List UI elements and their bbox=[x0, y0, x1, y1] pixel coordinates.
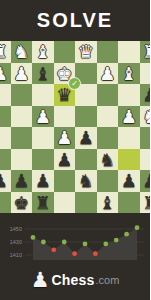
black-bishop-f2: ♝ bbox=[35, 63, 51, 85]
square-c5[interactable] bbox=[97, 127, 119, 149]
square-c3[interactable] bbox=[97, 84, 119, 106]
black-pawn-e6: ♟ bbox=[56, 149, 72, 171]
white-pawn-b4: ♟ bbox=[121, 106, 137, 128]
black-pawn-b7: ♟ bbox=[121, 170, 137, 192]
checkmark-icon: ✓ bbox=[71, 78, 78, 89]
square-b2[interactable]: ♝ bbox=[118, 63, 140, 85]
square-h1[interactable]: ♜ bbox=[0, 41, 11, 63]
white-pawn-g2: ♟ bbox=[13, 63, 29, 85]
puzzle-win-dot bbox=[135, 225, 140, 230]
black-pawn-f7: ♟ bbox=[35, 170, 51, 192]
square-b1[interactable] bbox=[118, 41, 140, 63]
white-bishop-f1: ♝ bbox=[35, 41, 51, 63]
square-g5[interactable] bbox=[11, 127, 33, 149]
white-knight-a4: ♞ bbox=[142, 106, 150, 128]
square-d5[interactable]: ♟ bbox=[75, 127, 97, 149]
square-b3[interactable] bbox=[118, 84, 140, 106]
square-g4[interactable] bbox=[11, 106, 33, 128]
correct-move-badge: ✓ bbox=[68, 77, 81, 90]
white-queen-d1: ♛ bbox=[78, 41, 94, 63]
square-f1[interactable]: ♝ bbox=[32, 41, 54, 63]
square-a7[interactable]: ♟ bbox=[140, 170, 151, 192]
square-d8[interactable] bbox=[75, 192, 97, 214]
square-a1[interactable]: ♜ bbox=[140, 41, 151, 63]
square-g1[interactable]: ♞ bbox=[11, 41, 33, 63]
puzzle-loss-dot bbox=[72, 251, 77, 256]
puzzle-win-dot bbox=[62, 240, 67, 245]
chart-ytick-label: 1450 bbox=[10, 226, 22, 232]
header-title: SOLVE bbox=[37, 9, 113, 32]
square-h2[interactable]: ♟ bbox=[0, 63, 11, 85]
square-b6[interactable] bbox=[118, 149, 140, 171]
square-e1[interactable] bbox=[54, 41, 76, 63]
black-rook-f8: ♜ bbox=[35, 192, 51, 214]
square-a8[interactable]: ♜ bbox=[140, 192, 151, 214]
black-king-g8: ♚ bbox=[13, 192, 29, 214]
square-g3[interactable] bbox=[11, 84, 33, 106]
square-a3[interactable]: ♟ bbox=[140, 84, 151, 106]
chart-ytick-label: 1410 bbox=[10, 252, 22, 258]
puzzle-win-dot bbox=[103, 242, 108, 247]
white-pawn-e5: ♟ bbox=[56, 127, 72, 149]
square-a6[interactable] bbox=[140, 149, 151, 171]
square-e4[interactable] bbox=[54, 106, 76, 128]
puzzle-win-dot bbox=[124, 232, 129, 237]
black-knight-d7: ♞ bbox=[78, 170, 94, 192]
square-e5[interactable]: ♟ bbox=[54, 127, 76, 149]
square-g7[interactable]: ♟ bbox=[11, 170, 33, 192]
black-rook-a8: ♜ bbox=[142, 192, 150, 214]
square-d1[interactable]: ♛ bbox=[75, 41, 97, 63]
square-f5[interactable] bbox=[32, 127, 54, 149]
chesscom-pawn-icon: ♟ bbox=[31, 268, 50, 292]
black-pawn-a3: ♟ bbox=[142, 84, 150, 106]
square-e6[interactable]: ♟ bbox=[54, 149, 76, 171]
black-pawn-a7: ♟ bbox=[142, 170, 150, 192]
square-b5[interactable] bbox=[118, 127, 140, 149]
square-h8[interactable] bbox=[0, 192, 11, 214]
square-d4[interactable] bbox=[75, 106, 97, 128]
square-f3[interactable] bbox=[32, 84, 54, 106]
white-knight-g1: ♞ bbox=[13, 41, 29, 63]
white-pawn-f4: ♟ bbox=[35, 106, 51, 128]
square-c6[interactable]: ♞ bbox=[97, 149, 119, 171]
square-h3[interactable] bbox=[0, 84, 11, 106]
chart-ytick-label: 1430 bbox=[10, 239, 22, 245]
chess-board[interactable]: ♜♞♝♛♜♟♟♝♚♟♝♛♟♟♟♞♟♟♟♞♟♟♟♞♟♟♚♜♝♜ bbox=[0, 41, 150, 213]
square-f6[interactable] bbox=[32, 149, 54, 171]
puzzle-loss-dot bbox=[51, 247, 56, 252]
header: SOLVE bbox=[0, 0, 150, 41]
square-h6[interactable] bbox=[0, 149, 11, 171]
square-f8[interactable]: ♜ bbox=[32, 192, 54, 214]
puzzle-win-dot bbox=[41, 240, 46, 245]
square-b8[interactable] bbox=[118, 192, 140, 214]
square-f7[interactable]: ♟ bbox=[32, 170, 54, 192]
black-knight-c6: ♞ bbox=[99, 149, 115, 171]
black-bishop-c8: ♝ bbox=[99, 192, 115, 214]
square-g8[interactable]: ♚ bbox=[11, 192, 33, 214]
white-pawn-c2: ♟ bbox=[99, 63, 115, 85]
square-a4[interactable]: ♞ bbox=[140, 106, 151, 128]
square-c8[interactable]: ♝ bbox=[97, 192, 119, 214]
square-a5[interactable] bbox=[140, 127, 151, 149]
square-c2[interactable]: ♟ bbox=[97, 63, 119, 85]
square-h7[interactable]: ♟ bbox=[0, 170, 11, 192]
puzzle-win-dot bbox=[83, 242, 88, 247]
puzzle-win-dot bbox=[31, 235, 36, 240]
square-c7[interactable] bbox=[97, 170, 119, 192]
square-f2[interactable]: ♝ bbox=[32, 63, 54, 85]
puzzle-loss-dot bbox=[93, 251, 98, 256]
black-pawn-g7: ♟ bbox=[13, 170, 29, 192]
chesscom-puzzle-ad: SOLVE ♜♞♝♛♜♟♟♝♚♟♝♛♟♟♟♞♟♟♟♞♟♟♟♞♟♟♚♜♝♜ ✓ 1… bbox=[0, 0, 150, 300]
square-h5[interactable] bbox=[0, 127, 11, 149]
logo-brand-text: Chess bbox=[51, 272, 94, 288]
black-pawn-h7: ♟ bbox=[0, 170, 8, 192]
black-pawn-d5: ♟ bbox=[78, 127, 94, 149]
white-bishop-b2: ♝ bbox=[121, 63, 137, 85]
white-pawn-h2: ♟ bbox=[0, 63, 8, 85]
puzzle-win-dot bbox=[114, 238, 119, 243]
square-d7[interactable]: ♞ bbox=[75, 170, 97, 192]
chesscom-logo[interactable]: ♟ Chess .com bbox=[0, 264, 150, 296]
square-a2[interactable] bbox=[140, 63, 151, 85]
square-g2[interactable]: ♟ bbox=[11, 63, 33, 85]
square-e7[interactable] bbox=[54, 170, 76, 192]
square-b7[interactable]: ♟ bbox=[118, 170, 140, 192]
white-rook-a1: ♜ bbox=[142, 41, 150, 63]
rating-chart: 145014301410 bbox=[0, 214, 150, 266]
square-c1[interactable] bbox=[97, 41, 119, 63]
square-b4[interactable]: ♟ bbox=[118, 106, 140, 128]
square-h4[interactable] bbox=[0, 106, 11, 128]
square-f4[interactable]: ♟ bbox=[32, 106, 54, 128]
square-g6[interactable] bbox=[11, 149, 33, 171]
square-e8[interactable] bbox=[54, 192, 76, 214]
logo-tld-text: .com bbox=[96, 274, 120, 286]
square-d6[interactable] bbox=[75, 149, 97, 171]
square-c4[interactable] bbox=[97, 106, 119, 128]
white-rook-h1: ♜ bbox=[0, 41, 8, 63]
